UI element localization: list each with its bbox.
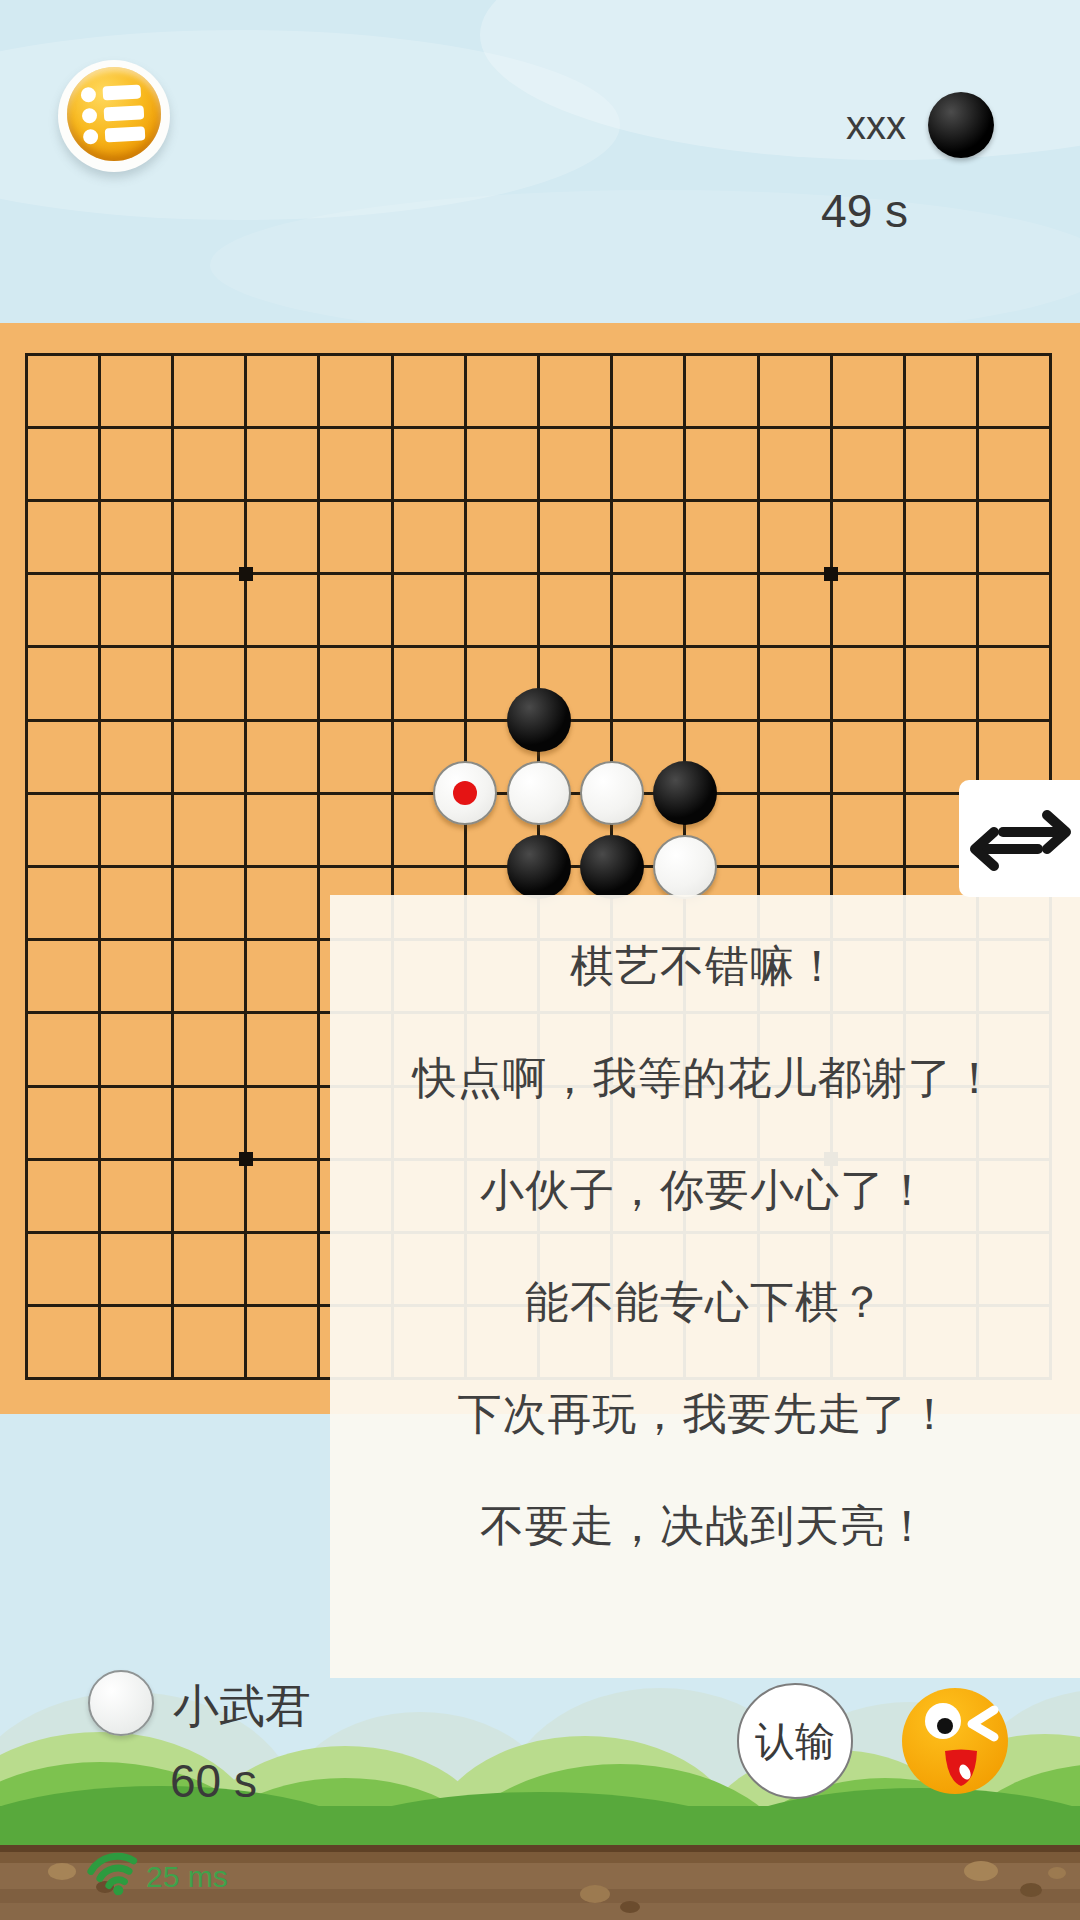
- emoji-button[interactable]: [901, 1687, 1009, 1795]
- resign-button[interactable]: 认输: [737, 1683, 853, 1799]
- menu-list-icon: [81, 84, 146, 145]
- stone-white: [653, 835, 717, 899]
- stone-black: [653, 761, 717, 825]
- stone-black: [507, 688, 571, 752]
- pebble: [964, 1861, 998, 1881]
- grass-band: [0, 1806, 1080, 1845]
- star-point: [239, 567, 253, 581]
- stone-white: [580, 761, 644, 825]
- stone-white: [433, 761, 497, 825]
- swap-arrows-icon: [959, 780, 1080, 897]
- stone-black: [580, 835, 644, 899]
- stone-black: [507, 835, 571, 899]
- chat-message[interactable]: 能不能专心下棋？: [330, 1246, 1080, 1358]
- chat-message[interactable]: 下次再玩，我要先走了！: [330, 1358, 1080, 1470]
- bottom-player-info: [88, 1670, 154, 1736]
- resign-label: 认输: [755, 1714, 835, 1769]
- bottom-player-timer: 60 s: [170, 1754, 257, 1808]
- bottom-player-name: 小武君: [173, 1676, 311, 1738]
- chat-message[interactable]: 不要走，决战到天亮！: [330, 1470, 1080, 1582]
- game-screen: 棋艺不错嘛！快点啊，我等的花儿都谢了！小伙子，你要小心了！能不能专心下棋？下次再…: [0, 0, 1080, 1920]
- stone-white: [507, 761, 571, 825]
- white-stone-avatar: [88, 1670, 154, 1736]
- pebble: [1048, 1867, 1066, 1879]
- top-player-timer: 49 s: [821, 184, 908, 238]
- cloud: [210, 190, 1080, 340]
- latency-text: 25 ms: [146, 1860, 228, 1896]
- menu-button[interactable]: [58, 60, 170, 172]
- chat-message[interactable]: 快点啊，我等的花儿都谢了！: [330, 1022, 1080, 1134]
- star-point: [824, 567, 838, 581]
- pebble: [620, 1901, 640, 1913]
- swap-button[interactable]: [959, 780, 1080, 897]
- top-player-info: xxx: [846, 92, 994, 158]
- pebble: [580, 1885, 610, 1903]
- pebble: [1020, 1883, 1042, 1897]
- chat-message[interactable]: 棋艺不错嘛！: [330, 910, 1080, 1022]
- top-player-name: xxx: [846, 103, 906, 148]
- network-indicator: 25 ms: [84, 1842, 228, 1896]
- wifi-icon: [78, 1836, 147, 1902]
- chat-message[interactable]: 小伙子，你要小心了！: [330, 1134, 1080, 1246]
- pebble: [48, 1863, 76, 1880]
- winking-emoji-icon: [901, 1687, 1009, 1795]
- quick-chat-panel: 棋艺不错嘛！快点啊，我等的花儿都谢了！小伙子，你要小心了！能不能专心下棋？下次再…: [330, 895, 1080, 1678]
- last-move-marker: [453, 781, 477, 805]
- black-stone-avatar: [928, 92, 994, 158]
- star-point: [239, 1152, 253, 1166]
